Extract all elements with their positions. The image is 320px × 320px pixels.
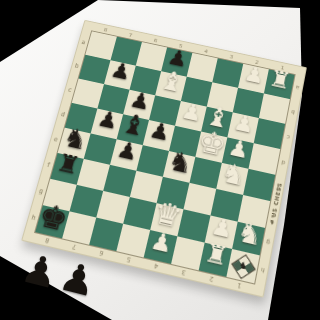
square-h1[interactable]: ♞ <box>226 249 259 283</box>
uschess-knight-logo-icon: ♞ <box>268 218 277 227</box>
captured-black-pawn: ♟ <box>55 252 101 305</box>
piece-white-n-g1[interactable]: ♞ <box>233 217 266 251</box>
piece-white-r-a1[interactable]: ♜ <box>265 65 296 95</box>
captured-pieces-tray: ♟♟ <box>12 238 112 320</box>
uschess-diamond-logo-icon: ♞ <box>232 255 254 277</box>
